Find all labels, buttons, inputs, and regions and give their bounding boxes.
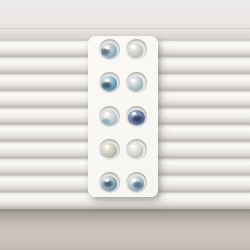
table-surface — [0, 209, 250, 250]
pearl-r3c2 — [128, 110, 145, 125]
pearl-display-card — [88, 36, 158, 197]
pearl-well-r2c2 — [126, 72, 147, 93]
pearl-r3c1 — [101, 110, 117, 125]
pearl-well-r2c1 — [99, 72, 120, 93]
pearl-r5c2 — [128, 176, 144, 191]
pearl-well-r1c2 — [126, 39, 147, 60]
pearl-r5c1 — [101, 176, 117, 191]
pearl-r1c2 — [128, 43, 143, 57]
pearl-well-r5c1 — [99, 172, 120, 193]
pearl-well-r3c1 — [99, 106, 120, 127]
pearl-grid — [88, 36, 158, 193]
pearl-r2c2 — [128, 76, 143, 91]
pearl-well-r5c2 — [126, 172, 147, 193]
backdrop-wall — [0, 0, 250, 40]
pearl-well-r4c2 — [126, 139, 147, 160]
pearl-well-r3c2 — [126, 106, 147, 127]
pearl-well-r4c1 — [99, 139, 120, 160]
pearl-well-r1c1 — [99, 39, 120, 60]
pearl-product-photo — [0, 0, 250, 250]
tray-back-edge — [0, 28, 250, 29]
pearl-r4c2 — [128, 143, 143, 157]
pearl-r4c1 — [101, 143, 117, 157]
pearl-r1c1 — [101, 43, 117, 58]
pearl-r2c1 — [101, 76, 117, 91]
